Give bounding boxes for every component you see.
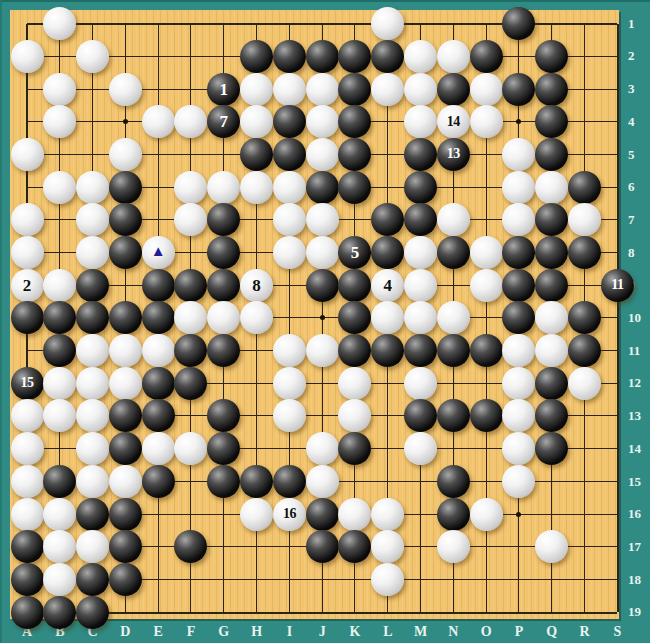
intersection-C5[interactable] xyxy=(76,138,109,171)
intersection-I10[interactable] xyxy=(273,302,306,335)
intersection-H11[interactable] xyxy=(240,334,273,367)
intersection-H5[interactable] xyxy=(240,138,273,171)
intersection-E2[interactable] xyxy=(142,40,175,73)
intersection-B12[interactable] xyxy=(43,367,76,400)
intersection-I14[interactable] xyxy=(273,432,306,465)
intersection-B4[interactable] xyxy=(43,105,76,138)
intersection-B8[interactable] xyxy=(43,236,76,269)
intersection-I8[interactable] xyxy=(273,236,306,269)
intersection-B7[interactable] xyxy=(43,204,76,237)
intersection-I2[interactable] xyxy=(273,40,306,73)
intersection-L13[interactable] xyxy=(371,400,404,433)
intersection-D4[interactable] xyxy=(109,105,142,138)
intersection-B5[interactable] xyxy=(43,138,76,171)
intersection-F16[interactable] xyxy=(175,498,208,531)
intersection-N14[interactable] xyxy=(437,432,470,465)
intersection-Q12[interactable] xyxy=(535,367,568,400)
intersection-R17[interactable] xyxy=(568,530,601,563)
intersection-J12[interactable] xyxy=(306,367,339,400)
intersection-G18[interactable] xyxy=(207,563,240,596)
intersection-H16[interactable] xyxy=(240,498,273,531)
intersection-M14[interactable] xyxy=(404,432,437,465)
intersection-G6[interactable] xyxy=(207,171,240,204)
intersection-G16[interactable] xyxy=(207,498,240,531)
intersection-I12[interactable] xyxy=(273,367,306,400)
intersection-P1[interactable] xyxy=(503,7,536,40)
intersection-L12[interactable] xyxy=(371,367,404,400)
intersection-F6[interactable] xyxy=(175,171,208,204)
intersection-L16[interactable] xyxy=(371,498,404,531)
intersection-O4[interactable] xyxy=(470,105,503,138)
intersection-O18[interactable] xyxy=(470,563,503,596)
intersection-M15[interactable] xyxy=(404,465,437,498)
intersection-F15[interactable] xyxy=(175,465,208,498)
intersection-O1[interactable] xyxy=(470,7,503,40)
intersection-R7[interactable] xyxy=(568,204,601,237)
intersection-K3[interactable] xyxy=(339,73,372,106)
intersection-C4[interactable] xyxy=(76,105,109,138)
intersection-K12[interactable] xyxy=(339,367,372,400)
intersection-H6[interactable] xyxy=(240,171,273,204)
intersection-G11[interactable] xyxy=(207,334,240,367)
intersection-D5[interactable] xyxy=(109,138,142,171)
intersection-E3[interactable] xyxy=(142,73,175,106)
intersection-C1[interactable] xyxy=(76,7,109,40)
intersection-J5[interactable] xyxy=(306,138,339,171)
intersection-E13[interactable] xyxy=(142,400,175,433)
intersection-N9[interactable] xyxy=(437,269,470,302)
intersection-N13[interactable] xyxy=(437,400,470,433)
intersection-E7[interactable] xyxy=(142,204,175,237)
intersection-N15[interactable] xyxy=(437,465,470,498)
intersection-A9[interactable]: 2 xyxy=(11,269,44,302)
intersection-H4[interactable] xyxy=(240,105,273,138)
intersection-L4[interactable] xyxy=(371,105,404,138)
intersection-H9[interactable]: 8 xyxy=(240,269,273,302)
intersection-L6[interactable] xyxy=(371,171,404,204)
intersection-J9[interactable] xyxy=(306,269,339,302)
intersection-P14[interactable] xyxy=(503,432,536,465)
intersection-E9[interactable] xyxy=(142,269,175,302)
intersection-E6[interactable] xyxy=(142,171,175,204)
intersection-L14[interactable] xyxy=(371,432,404,465)
intersection-P11[interactable] xyxy=(503,334,536,367)
intersection-I7[interactable] xyxy=(273,204,306,237)
intersection-J7[interactable] xyxy=(306,204,339,237)
intersection-E1[interactable] xyxy=(142,7,175,40)
intersection-M12[interactable] xyxy=(404,367,437,400)
intersection-M6[interactable] xyxy=(404,171,437,204)
intersection-C13[interactable] xyxy=(76,400,109,433)
intersection-G12[interactable] xyxy=(207,367,240,400)
intersection-A2[interactable] xyxy=(11,40,44,73)
intersection-L18[interactable] xyxy=(371,563,404,596)
intersection-Q4[interactable] xyxy=(535,105,568,138)
intersection-N1[interactable] xyxy=(437,7,470,40)
intersection-H12[interactable] xyxy=(240,367,273,400)
intersection-H8[interactable] xyxy=(240,236,273,269)
intersection-O5[interactable] xyxy=(470,138,503,171)
intersection-N10[interactable] xyxy=(437,302,470,335)
intersection-M8[interactable] xyxy=(404,236,437,269)
intersection-R8[interactable] xyxy=(568,236,601,269)
intersection-N17[interactable] xyxy=(437,530,470,563)
intersection-N8[interactable] xyxy=(437,236,470,269)
intersection-D12[interactable] xyxy=(109,367,142,400)
intersection-F3[interactable] xyxy=(175,73,208,106)
intersection-C18[interactable] xyxy=(76,563,109,596)
intersection-M13[interactable] xyxy=(404,400,437,433)
intersection-H17[interactable] xyxy=(240,530,273,563)
intersection-F5[interactable] xyxy=(175,138,208,171)
intersection-I6[interactable] xyxy=(273,171,306,204)
intersection-J6[interactable] xyxy=(306,171,339,204)
intersection-H13[interactable] xyxy=(240,400,273,433)
intersection-I3[interactable] xyxy=(273,73,306,106)
intersection-M9[interactable] xyxy=(404,269,437,302)
intersection-C3[interactable] xyxy=(76,73,109,106)
intersection-F2[interactable] xyxy=(175,40,208,73)
intersection-D10[interactable] xyxy=(109,302,142,335)
intersection-L1[interactable] xyxy=(371,7,404,40)
intersection-E15[interactable] xyxy=(142,465,175,498)
intersection-F14[interactable] xyxy=(175,432,208,465)
intersection-C11[interactable] xyxy=(76,334,109,367)
intersection-A15[interactable] xyxy=(11,465,44,498)
intersection-N16[interactable] xyxy=(437,498,470,531)
intersection-L11[interactable] xyxy=(371,334,404,367)
intersection-D18[interactable] xyxy=(109,563,142,596)
intersection-C8[interactable] xyxy=(76,236,109,269)
intersection-P15[interactable] xyxy=(503,465,536,498)
intersection-R9[interactable] xyxy=(568,269,601,302)
intersection-B2[interactable] xyxy=(43,40,76,73)
intersection-J15[interactable] xyxy=(306,465,339,498)
intersection-G9[interactable] xyxy=(207,269,240,302)
intersection-N6[interactable] xyxy=(437,171,470,204)
intersection-B6[interactable] xyxy=(43,171,76,204)
intersection-H1[interactable] xyxy=(240,7,273,40)
intersection-Q8[interactable] xyxy=(535,236,568,269)
intersection-O15[interactable] xyxy=(470,465,503,498)
intersection-H3[interactable] xyxy=(240,73,273,106)
intersection-R2[interactable] xyxy=(568,40,601,73)
intersection-L3[interactable] xyxy=(371,73,404,106)
intersection-K14[interactable] xyxy=(339,432,372,465)
intersection-C12[interactable] xyxy=(76,367,109,400)
intersection-B11[interactable] xyxy=(43,334,76,367)
intersection-R4[interactable] xyxy=(568,105,601,138)
intersection-D13[interactable] xyxy=(109,400,142,433)
intersection-O16[interactable] xyxy=(470,498,503,531)
intersection-K5[interactable] xyxy=(339,138,372,171)
intersection-D1[interactable] xyxy=(109,7,142,40)
intersection-P8[interactable] xyxy=(503,236,536,269)
intersection-A17[interactable] xyxy=(11,530,44,563)
intersection-B13[interactable] xyxy=(43,400,76,433)
intersection-R15[interactable] xyxy=(568,465,601,498)
intersection-C16[interactable] xyxy=(76,498,109,531)
intersection-A7[interactable] xyxy=(11,204,44,237)
intersection-R6[interactable] xyxy=(568,171,601,204)
intersection-F18[interactable] xyxy=(175,563,208,596)
intersection-C14[interactable] xyxy=(76,432,109,465)
intersection-K18[interactable] xyxy=(339,563,372,596)
intersection-L15[interactable] xyxy=(371,465,404,498)
intersection-N3[interactable] xyxy=(437,73,470,106)
intersection-E18[interactable] xyxy=(142,563,175,596)
intersection-K10[interactable] xyxy=(339,302,372,335)
intersection-L8[interactable] xyxy=(371,236,404,269)
intersection-E11[interactable] xyxy=(142,334,175,367)
intersection-O12[interactable] xyxy=(470,367,503,400)
intersection-R13[interactable] xyxy=(568,400,601,433)
intersection-G14[interactable] xyxy=(207,432,240,465)
intersection-E16[interactable] xyxy=(142,498,175,531)
intersection-Q6[interactable] xyxy=(535,171,568,204)
intersection-D9[interactable] xyxy=(109,269,142,302)
intersection-N4[interactable]: 14 xyxy=(437,105,470,138)
intersection-J3[interactable] xyxy=(306,73,339,106)
intersection-G3[interactable]: 1 xyxy=(207,73,240,106)
intersection-P16[interactable] xyxy=(503,498,536,531)
intersection-I9[interactable] xyxy=(273,269,306,302)
intersection-I11[interactable] xyxy=(273,334,306,367)
intersection-H2[interactable] xyxy=(240,40,273,73)
intersection-G5[interactable] xyxy=(207,138,240,171)
intersection-B1[interactable] xyxy=(43,7,76,40)
intersection-H10[interactable] xyxy=(240,302,273,335)
intersection-L10[interactable] xyxy=(371,302,404,335)
intersection-Q1[interactable] xyxy=(535,7,568,40)
intersection-A18[interactable] xyxy=(11,563,44,596)
intersection-L17[interactable] xyxy=(371,530,404,563)
intersection-A14[interactable] xyxy=(11,432,44,465)
intersection-G1[interactable] xyxy=(207,7,240,40)
intersection-B19[interactable] xyxy=(43,596,76,629)
intersection-L2[interactable] xyxy=(371,40,404,73)
intersection-I13[interactable] xyxy=(273,400,306,433)
intersection-Q16[interactable] xyxy=(535,498,568,531)
intersection-M1[interactable] xyxy=(404,7,437,40)
intersection-K15[interactable] xyxy=(339,465,372,498)
intersection-R18[interactable] xyxy=(568,563,601,596)
intersection-I4[interactable] xyxy=(273,105,306,138)
intersection-C2[interactable] xyxy=(76,40,109,73)
intersection-F11[interactable] xyxy=(175,334,208,367)
intersection-J2[interactable] xyxy=(306,40,339,73)
intersection-I16[interactable]: 16 xyxy=(273,498,306,531)
intersection-R5[interactable] xyxy=(568,138,601,171)
intersection-I17[interactable] xyxy=(273,530,306,563)
intersection-C10[interactable] xyxy=(76,302,109,335)
intersection-M5[interactable] xyxy=(404,138,437,171)
intersection-J8[interactable] xyxy=(306,236,339,269)
intersection-N7[interactable] xyxy=(437,204,470,237)
intersection-G10[interactable] xyxy=(207,302,240,335)
intersection-N18[interactable] xyxy=(437,563,470,596)
intersection-C15[interactable] xyxy=(76,465,109,498)
intersection-D17[interactable] xyxy=(109,530,142,563)
intersection-I15[interactable] xyxy=(273,465,306,498)
intersection-F4[interactable] xyxy=(175,105,208,138)
intersection-C6[interactable] xyxy=(76,171,109,204)
intersection-O3[interactable] xyxy=(470,73,503,106)
intersection-R1[interactable] xyxy=(568,7,601,40)
intersection-Q3[interactable] xyxy=(535,73,568,106)
intersection-F13[interactable] xyxy=(175,400,208,433)
intersection-J13[interactable] xyxy=(306,400,339,433)
intersection-E12[interactable] xyxy=(142,367,175,400)
intersection-A3[interactable] xyxy=(11,73,44,106)
intersection-F8[interactable] xyxy=(175,236,208,269)
intersection-A16[interactable] xyxy=(11,498,44,531)
intersection-C19[interactable] xyxy=(76,596,109,629)
intersection-Q13[interactable] xyxy=(535,400,568,433)
intersection-N5[interactable]: 13 xyxy=(437,138,470,171)
intersection-A10[interactable] xyxy=(11,302,44,335)
intersection-P6[interactable] xyxy=(503,171,536,204)
intersection-G15[interactable] xyxy=(207,465,240,498)
intersection-F9[interactable] xyxy=(175,269,208,302)
intersection-Q15[interactable] xyxy=(535,465,568,498)
intersection-M10[interactable] xyxy=(404,302,437,335)
intersection-G8[interactable] xyxy=(207,236,240,269)
intersection-M18[interactable] xyxy=(404,563,437,596)
intersection-M17[interactable] xyxy=(404,530,437,563)
intersection-G7[interactable] xyxy=(207,204,240,237)
intersection-K6[interactable] xyxy=(339,171,372,204)
intersection-D16[interactable] xyxy=(109,498,142,531)
intersection-E10[interactable] xyxy=(142,302,175,335)
intersection-K17[interactable] xyxy=(339,530,372,563)
intersection-C7[interactable] xyxy=(76,204,109,237)
intersection-P10[interactable] xyxy=(503,302,536,335)
intersection-B15[interactable] xyxy=(43,465,76,498)
intersection-O13[interactable] xyxy=(470,400,503,433)
intersection-M7[interactable] xyxy=(404,204,437,237)
intersection-J14[interactable] xyxy=(306,432,339,465)
intersection-P5[interactable] xyxy=(503,138,536,171)
intersection-J1[interactable] xyxy=(306,7,339,40)
intersection-N2[interactable] xyxy=(437,40,470,73)
intersection-H14[interactable] xyxy=(240,432,273,465)
intersection-B16[interactable] xyxy=(43,498,76,531)
intersection-A8[interactable] xyxy=(11,236,44,269)
intersection-D8[interactable] xyxy=(109,236,142,269)
intersection-Q17[interactable] xyxy=(535,530,568,563)
intersection-D15[interactable] xyxy=(109,465,142,498)
intersection-G13[interactable] xyxy=(207,400,240,433)
intersection-O17[interactable] xyxy=(470,530,503,563)
intersection-G2[interactable] xyxy=(207,40,240,73)
intersection-O6[interactable] xyxy=(470,171,503,204)
intersection-P3[interactable] xyxy=(503,73,536,106)
intersection-F12[interactable] xyxy=(175,367,208,400)
intersection-J16[interactable] xyxy=(306,498,339,531)
intersection-B3[interactable] xyxy=(43,73,76,106)
intersection-A6[interactable] xyxy=(11,171,44,204)
intersection-P2[interactable] xyxy=(503,40,536,73)
intersection-E8[interactable]: ▲ xyxy=(142,236,175,269)
intersection-B17[interactable] xyxy=(43,530,76,563)
intersection-R10[interactable] xyxy=(568,302,601,335)
intersection-A12[interactable]: 15 xyxy=(11,367,44,400)
intersection-O14[interactable] xyxy=(470,432,503,465)
intersection-I18[interactable] xyxy=(273,563,306,596)
intersection-A4[interactable] xyxy=(11,105,44,138)
intersection-K9[interactable] xyxy=(339,269,372,302)
intersection-B10[interactable] xyxy=(43,302,76,335)
intersection-K8[interactable]: 5 xyxy=(339,236,372,269)
intersection-H18[interactable] xyxy=(240,563,273,596)
intersection-B18[interactable] xyxy=(43,563,76,596)
intersection-A5[interactable] xyxy=(11,138,44,171)
intersection-O2[interactable] xyxy=(470,40,503,73)
intersection-K1[interactable] xyxy=(339,7,372,40)
intersection-I1[interactable] xyxy=(273,7,306,40)
intersection-O7[interactable] xyxy=(470,204,503,237)
intersection-P17[interactable] xyxy=(503,530,536,563)
intersection-O11[interactable] xyxy=(470,334,503,367)
intersection-J10[interactable] xyxy=(306,302,339,335)
intersection-A13[interactable] xyxy=(11,400,44,433)
intersection-J11[interactable] xyxy=(306,334,339,367)
intersection-A19[interactable] xyxy=(11,596,44,629)
intersection-G4[interactable]: 7 xyxy=(207,105,240,138)
intersection-F17[interactable] xyxy=(175,530,208,563)
intersection-L5[interactable] xyxy=(371,138,404,171)
intersection-N12[interactable] xyxy=(437,367,470,400)
intersection-M4[interactable] xyxy=(404,105,437,138)
intersection-R12[interactable] xyxy=(568,367,601,400)
intersection-B14[interactable] xyxy=(43,432,76,465)
intersection-P13[interactable] xyxy=(503,400,536,433)
intersection-F10[interactable] xyxy=(175,302,208,335)
intersection-K2[interactable] xyxy=(339,40,372,73)
intersection-K11[interactable] xyxy=(339,334,372,367)
intersection-J18[interactable] xyxy=(306,563,339,596)
intersection-K16[interactable] xyxy=(339,498,372,531)
intersection-J4[interactable] xyxy=(306,105,339,138)
intersection-J17[interactable] xyxy=(306,530,339,563)
intersection-C9[interactable] xyxy=(76,269,109,302)
intersection-H15[interactable] xyxy=(240,465,273,498)
intersection-M16[interactable] xyxy=(404,498,437,531)
intersection-Q9[interactable] xyxy=(535,269,568,302)
intersection-Q14[interactable] xyxy=(535,432,568,465)
intersection-E5[interactable] xyxy=(142,138,175,171)
intersection-K13[interactable] xyxy=(339,400,372,433)
intersection-L9[interactable]: 4 xyxy=(371,269,404,302)
intersection-C17[interactable] xyxy=(76,530,109,563)
intersection-P7[interactable] xyxy=(503,204,536,237)
intersection-D6[interactable] xyxy=(109,171,142,204)
intersection-D3[interactable] xyxy=(109,73,142,106)
intersection-P12[interactable] xyxy=(503,367,536,400)
intersection-D7[interactable] xyxy=(109,204,142,237)
intersection-O9[interactable] xyxy=(470,269,503,302)
intersection-P9[interactable] xyxy=(503,269,536,302)
intersection-Q7[interactable] xyxy=(535,204,568,237)
intersection-F7[interactable] xyxy=(175,204,208,237)
intersection-Q5[interactable] xyxy=(535,138,568,171)
intersection-R3[interactable] xyxy=(568,73,601,106)
intersection-Q2[interactable] xyxy=(535,40,568,73)
intersection-I5[interactable] xyxy=(273,138,306,171)
intersection-Q11[interactable] xyxy=(535,334,568,367)
intersection-P4[interactable] xyxy=(503,105,536,138)
